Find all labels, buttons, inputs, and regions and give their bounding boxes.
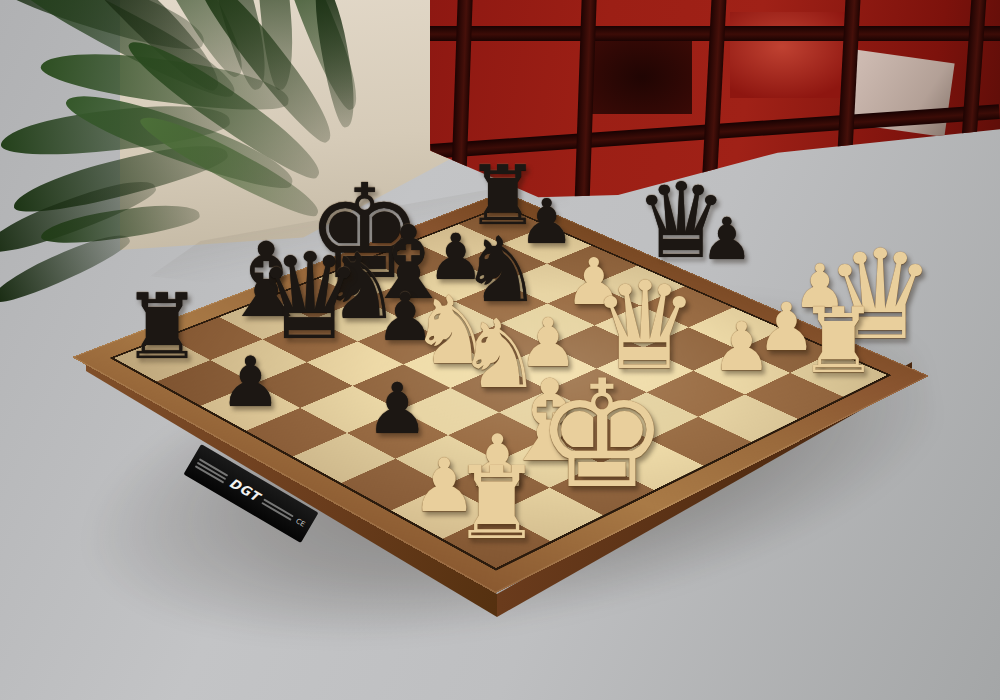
cabinet-pane-dark [592,40,692,114]
label-fineprint [262,498,294,520]
red-phone-box-cabinet [430,0,1000,212]
label-fineprint [195,458,229,483]
product-photo-scene: DGT CE ♜♝♚♜♛♞♝♟♟♟♟♞♞♟♟♞♟♛♟♟♝♟♟♜♚♜♛♟♛♟ [0,0,1000,700]
dgt-logo: DGT [227,475,263,505]
piece-black-p: ♟ [701,210,753,268]
ce-mark: CE [294,517,306,529]
